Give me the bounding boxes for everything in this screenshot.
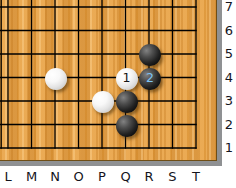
board-border: 12 (0, 0, 222, 166)
stone-black-R5[interactable] (139, 44, 161, 66)
stone-white-Q4[interactable]: 1 (116, 68, 138, 90)
stone-black-Q3[interactable] (116, 91, 138, 113)
go-board[interactable]: 12 (0, 0, 217, 161)
col-label-N: N (46, 169, 64, 185)
board-grid-lines (0, 0, 217, 161)
col-label-O: O (70, 169, 88, 185)
col-label-M: M (23, 169, 41, 185)
stone-black-R4[interactable]: 2 (139, 68, 161, 90)
go-diagram: 12 7654321 LMNOPQRST (0, 0, 236, 188)
row-label-7: 7 (222, 0, 236, 15)
stone-white-N4[interactable] (45, 68, 67, 90)
col-label-S: S (164, 169, 182, 185)
move-number-2: 2 (146, 72, 154, 85)
row-label-6: 6 (222, 23, 236, 39)
col-label-T: T (187, 169, 205, 185)
move-number-1: 1 (123, 72, 131, 85)
row-label-2: 2 (222, 117, 236, 133)
col-label-P: P (93, 169, 111, 185)
stone-black-Q2[interactable] (116, 115, 138, 137)
col-label-L: L (0, 169, 17, 185)
stone-white-P3[interactable] (92, 91, 114, 113)
row-label-4: 4 (222, 70, 236, 86)
col-label-Q: Q (117, 169, 135, 185)
row-label-3: 3 (222, 93, 236, 109)
row-label-5: 5 (222, 46, 236, 62)
row-label-1: 1 (222, 140, 236, 156)
col-label-R: R (140, 169, 158, 185)
